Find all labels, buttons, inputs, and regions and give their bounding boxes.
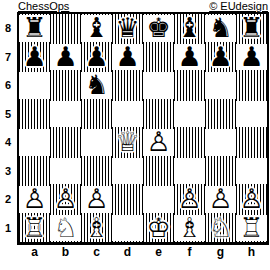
square-c4[interactable] <box>81 128 112 157</box>
rank-label-4: 4 <box>0 128 16 157</box>
square-e4[interactable]: ♙ <box>143 128 174 157</box>
piece-black-rook[interactable]: ♜ <box>239 14 263 42</box>
square-a6[interactable] <box>19 71 50 100</box>
square-d2[interactable] <box>112 185 143 214</box>
square-d4[interactable]: ♕ <box>112 128 143 157</box>
square-g8[interactable]: ♞ <box>205 14 236 43</box>
square-d7[interactable]: ♟ <box>112 43 143 72</box>
piece-white-rook[interactable]: ♖ <box>239 214 263 242</box>
rank-label-7: 7 <box>0 43 16 72</box>
piece-white-knight[interactable]: ♘ <box>53 214 77 242</box>
piece-white-rook[interactable]: ♖ <box>22 214 46 242</box>
chessops-screen: ChessOps © EUdesign 87654321 ♜♝♛♚♝♞♜♟♟♟♟… <box>0 0 270 270</box>
square-g3[interactable] <box>205 157 236 186</box>
piece-black-pawn[interactable]: ♟ <box>53 43 77 71</box>
piece-white-pawn[interactable]: ♙ <box>22 185 46 213</box>
square-e8[interactable]: ♚ <box>143 14 174 43</box>
piece-black-pawn[interactable]: ♟ <box>239 43 263 71</box>
square-e2[interactable] <box>143 185 174 214</box>
piece-black-pawn[interactable]: ♟ <box>208 43 232 71</box>
square-a1[interactable]: ♖ <box>19 214 50 243</box>
piece-black-bishop[interactable]: ♝ <box>84 14 108 42</box>
square-h1[interactable]: ♖ <box>236 214 267 243</box>
file-labels: abcdefgh <box>19 245 267 259</box>
piece-white-pawn[interactable]: ♙ <box>177 185 201 213</box>
square-f3[interactable] <box>174 157 205 186</box>
square-e7[interactable] <box>143 43 174 72</box>
square-g7[interactable]: ♟ <box>205 43 236 72</box>
square-e5[interactable] <box>143 100 174 129</box>
square-a2[interactable]: ♙ <box>19 185 50 214</box>
square-h4[interactable] <box>236 128 267 157</box>
square-d8[interactable]: ♛ <box>112 14 143 43</box>
piece-black-king[interactable]: ♚ <box>146 14 170 42</box>
file-label-f: f <box>174 245 205 259</box>
square-c6[interactable]: ♞ <box>81 71 112 100</box>
rank-label-2: 2 <box>0 185 16 214</box>
square-g5[interactable] <box>205 100 236 129</box>
piece-black-pawn[interactable]: ♟ <box>115 43 139 71</box>
piece-black-knight[interactable]: ♞ <box>208 14 232 42</box>
square-h3[interactable] <box>236 157 267 186</box>
piece-black-queen[interactable]: ♛ <box>115 14 139 42</box>
rank-label-8: 8 <box>0 14 16 43</box>
piece-white-knight[interactable]: ♘ <box>208 214 232 242</box>
square-a5[interactable] <box>19 100 50 129</box>
square-e1[interactable]: ♔ <box>143 214 174 243</box>
square-a4[interactable] <box>19 128 50 157</box>
square-h6[interactable] <box>236 71 267 100</box>
square-c5[interactable] <box>81 100 112 129</box>
app-title-link[interactable]: ChessOps <box>18 0 69 12</box>
square-b4[interactable] <box>50 128 81 157</box>
file-label-c: c <box>81 245 112 259</box>
file-label-b: b <box>50 245 81 259</box>
rank-label-3: 3 <box>0 157 16 186</box>
square-f7[interactable]: ♟ <box>174 43 205 72</box>
square-g4[interactable] <box>205 128 236 157</box>
square-g1[interactable]: ♘ <box>205 214 236 243</box>
square-c3[interactable] <box>81 157 112 186</box>
piece-black-pawn[interactable]: ♟ <box>177 43 201 71</box>
file-label-d: d <box>112 245 143 259</box>
square-a3[interactable] <box>19 157 50 186</box>
piece-white-bishop[interactable]: ♗ <box>84 214 108 242</box>
piece-white-king[interactable]: ♔ <box>146 214 170 242</box>
square-h5[interactable] <box>236 100 267 129</box>
square-a7[interactable]: ♟ <box>19 43 50 72</box>
rank-labels: 87654321 <box>0 14 16 242</box>
credit-link[interactable]: © EUdesign <box>209 0 268 12</box>
square-b1[interactable]: ♘ <box>50 214 81 243</box>
piece-black-bishop[interactable]: ♝ <box>177 14 201 42</box>
piece-white-pawn[interactable]: ♙ <box>239 185 263 213</box>
piece-black-pawn[interactable]: ♟ <box>22 43 46 71</box>
piece-black-knight[interactable]: ♞ <box>84 71 108 99</box>
square-a8[interactable]: ♜ <box>19 14 50 43</box>
square-h7[interactable]: ♟ <box>236 43 267 72</box>
rank-label-6: 6 <box>0 71 16 100</box>
square-b5[interactable] <box>50 100 81 129</box>
piece-white-queen[interactable]: ♕ <box>115 128 139 156</box>
file-label-g: g <box>205 245 236 259</box>
square-d1[interactable] <box>112 214 143 243</box>
piece-white-bishop[interactable]: ♗ <box>177 214 201 242</box>
piece-black-pawn[interactable]: ♟ <box>84 43 108 71</box>
square-g6[interactable] <box>205 71 236 100</box>
file-label-e: e <box>143 245 174 259</box>
rank-label-5: 5 <box>0 100 16 129</box>
piece-black-rook[interactable]: ♜ <box>22 14 46 42</box>
square-b7[interactable]: ♟ <box>50 43 81 72</box>
piece-white-pawn[interactable]: ♙ <box>208 185 232 213</box>
square-d6[interactable] <box>112 71 143 100</box>
square-f6[interactable] <box>174 71 205 100</box>
header: ChessOps © EUdesign <box>18 0 268 12</box>
square-c7[interactable]: ♟ <box>81 43 112 72</box>
file-label-h: h <box>236 245 267 259</box>
piece-white-pawn[interactable]: ♙ <box>53 185 77 213</box>
square-f8[interactable]: ♝ <box>174 14 205 43</box>
square-c8[interactable]: ♝ <box>81 14 112 43</box>
square-f4[interactable] <box>174 128 205 157</box>
file-label-a: a <box>19 245 50 259</box>
square-b6[interactable] <box>50 71 81 100</box>
square-f2[interactable]: ♙ <box>174 185 205 214</box>
square-h2[interactable]: ♙ <box>236 185 267 214</box>
square-f5[interactable] <box>174 100 205 129</box>
square-e3[interactable] <box>143 157 174 186</box>
piece-white-pawn[interactable]: ♙ <box>146 128 170 156</box>
chess-board: ♜♝♛♚♝♞♜♟♟♟♟♟♟♟♞♕♙♙♙♙♙♙♙♖♘♗♔♗♘♖ <box>17 12 269 245</box>
square-h8[interactable]: ♜ <box>236 14 267 43</box>
square-f1[interactable]: ♗ <box>174 214 205 243</box>
square-d5[interactable] <box>112 100 143 129</box>
square-c2[interactable]: ♙ <box>81 185 112 214</box>
square-b3[interactable] <box>50 157 81 186</box>
square-g2[interactable]: ♙ <box>205 185 236 214</box>
square-b2[interactable]: ♙ <box>50 185 81 214</box>
square-c1[interactable]: ♗ <box>81 214 112 243</box>
rank-label-1: 1 <box>0 214 16 243</box>
square-e6[interactable] <box>143 71 174 100</box>
square-b8[interactable] <box>50 14 81 43</box>
square-d3[interactable] <box>112 157 143 186</box>
piece-white-pawn[interactable]: ♙ <box>84 185 108 213</box>
